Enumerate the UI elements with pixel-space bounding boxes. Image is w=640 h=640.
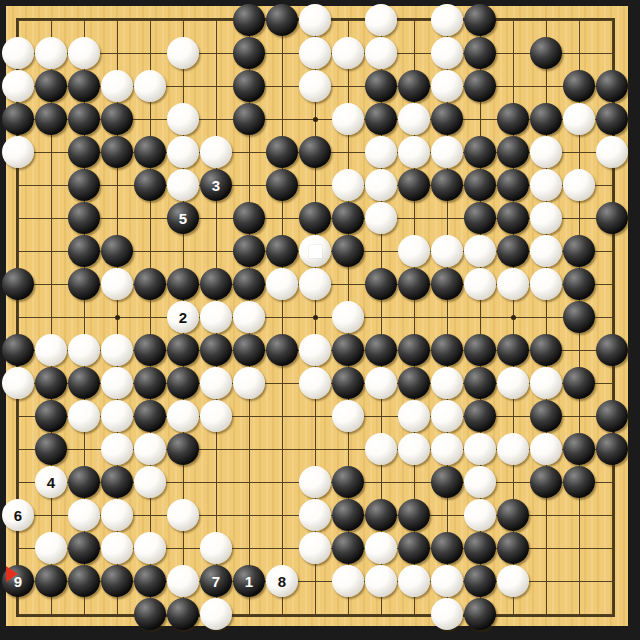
black-stone-c3r4[interactable] bbox=[68, 103, 100, 135]
white-stone-c10r12[interactable] bbox=[299, 367, 331, 399]
black-stone-c6r19[interactable] bbox=[167, 598, 199, 630]
white-stone-c7r13[interactable] bbox=[200, 400, 232, 432]
black-stone-c1r9[interactable] bbox=[2, 268, 34, 300]
white-stone-c13r8[interactable] bbox=[398, 235, 430, 267]
white-stone-c17r5[interactable] bbox=[530, 136, 562, 168]
white-stone-c5r17[interactable] bbox=[134, 532, 166, 564]
numbered-white-stone-c2r15[interactable]: 4 bbox=[35, 466, 67, 498]
black-stone-c6r11[interactable] bbox=[167, 334, 199, 366]
black-stone-c15r13[interactable] bbox=[464, 400, 496, 432]
white-stone-c15r9[interactable] bbox=[464, 268, 496, 300]
white-stone-c3r13[interactable] bbox=[68, 400, 100, 432]
white-stone-c14r12[interactable] bbox=[431, 367, 463, 399]
white-stone-c12r6[interactable] bbox=[365, 169, 397, 201]
white-stone-c10r1[interactable] bbox=[299, 4, 331, 36]
numbered-white-stone-c1r16[interactable]: 6 bbox=[2, 499, 34, 531]
numbered-black-stone-c6r7[interactable]: 5 bbox=[167, 202, 199, 234]
black-stone-c16r7[interactable] bbox=[497, 202, 529, 234]
black-stone-c19r11[interactable] bbox=[596, 334, 628, 366]
white-stone-c10r2[interactable] bbox=[299, 37, 331, 69]
white-stone-c4r11[interactable] bbox=[101, 334, 133, 366]
white-stone-c3r2[interactable] bbox=[68, 37, 100, 69]
white-stone-c13r14[interactable] bbox=[398, 433, 430, 465]
black-stone-c2r18[interactable] bbox=[35, 565, 67, 597]
black-stone-c19r14[interactable] bbox=[596, 433, 628, 465]
white-stone-c6r4[interactable] bbox=[167, 103, 199, 135]
white-stone-c4r3[interactable] bbox=[101, 70, 133, 102]
white-stone-c5r15[interactable] bbox=[134, 466, 166, 498]
white-stone-c14r14[interactable] bbox=[431, 433, 463, 465]
white-stone-c5r3[interactable] bbox=[134, 70, 166, 102]
black-stone-c12r9[interactable] bbox=[365, 268, 397, 300]
black-stone-c18r8[interactable] bbox=[563, 235, 595, 267]
black-stone-c13r12[interactable] bbox=[398, 367, 430, 399]
black-stone-c4r15[interactable] bbox=[101, 466, 133, 498]
square-marker bbox=[309, 245, 322, 258]
white-stone-c4r9[interactable] bbox=[101, 268, 133, 300]
black-stone-c3r18[interactable] bbox=[68, 565, 100, 597]
black-stone-c8r8[interactable] bbox=[233, 235, 265, 267]
black-stone-c8r9[interactable] bbox=[233, 268, 265, 300]
black-stone-c19r3[interactable] bbox=[596, 70, 628, 102]
numbered-white-stone-c6r10[interactable]: 2 bbox=[167, 301, 199, 333]
white-stone-c16r12[interactable] bbox=[497, 367, 529, 399]
white-stone-c4r16[interactable] bbox=[101, 499, 133, 531]
white-stone-c3r16[interactable] bbox=[68, 499, 100, 531]
white-stone-c12r7[interactable] bbox=[365, 202, 397, 234]
white-stone-c14r18[interactable] bbox=[431, 565, 463, 597]
black-stone-c14r6[interactable] bbox=[431, 169, 463, 201]
white-stone-c15r8[interactable] bbox=[464, 235, 496, 267]
black-stone-c16r6[interactable] bbox=[497, 169, 529, 201]
white-stone-c7r12[interactable] bbox=[200, 367, 232, 399]
black-stone-c17r15[interactable] bbox=[530, 466, 562, 498]
white-stone-c5r14[interactable] bbox=[134, 433, 166, 465]
black-stone-c4r4[interactable] bbox=[101, 103, 133, 135]
black-stone-c19r4[interactable] bbox=[596, 103, 628, 135]
star-point bbox=[313, 117, 318, 122]
black-stone-c3r17[interactable] bbox=[68, 532, 100, 564]
black-stone-c16r16[interactable] bbox=[497, 499, 529, 531]
black-stone-c3r9[interactable] bbox=[68, 268, 100, 300]
white-stone-c17r12[interactable] bbox=[530, 367, 562, 399]
star-point bbox=[511, 315, 516, 320]
white-stone-c13r4[interactable] bbox=[398, 103, 430, 135]
white-stone-c17r9[interactable] bbox=[530, 268, 562, 300]
black-stone-c18r14[interactable] bbox=[563, 433, 595, 465]
black-stone-c15r1[interactable] bbox=[464, 4, 496, 36]
black-stone-c12r4[interactable] bbox=[365, 103, 397, 135]
white-stone-c4r13[interactable] bbox=[101, 400, 133, 432]
white-stone-c4r14[interactable] bbox=[101, 433, 133, 465]
white-stone-c13r5[interactable] bbox=[398, 136, 430, 168]
black-stone-c9r1[interactable] bbox=[266, 4, 298, 36]
white-stone-c4r17[interactable] bbox=[101, 532, 133, 564]
black-stone-c11r11[interactable] bbox=[332, 334, 364, 366]
black-stone-c16r17[interactable] bbox=[497, 532, 529, 564]
white-stone-c2r11[interactable] bbox=[35, 334, 67, 366]
white-stone-c15r16[interactable] bbox=[464, 499, 496, 531]
star-point bbox=[115, 315, 120, 320]
black-stone-c16r4[interactable] bbox=[497, 103, 529, 135]
white-stone-c16r9[interactable] bbox=[497, 268, 529, 300]
black-stone-c8r1[interactable] bbox=[233, 4, 265, 36]
black-stone-c18r9[interactable] bbox=[563, 268, 595, 300]
black-stone-c2r14[interactable] bbox=[35, 433, 67, 465]
black-stone-c15r3[interactable] bbox=[464, 70, 496, 102]
white-stone-c1r5[interactable] bbox=[2, 136, 34, 168]
white-stone-c12r2[interactable] bbox=[365, 37, 397, 69]
black-stone-c2r3[interactable] bbox=[35, 70, 67, 102]
black-stone-c9r6[interactable] bbox=[266, 169, 298, 201]
black-stone-c5r13[interactable] bbox=[134, 400, 166, 432]
white-stone-c10r16[interactable] bbox=[299, 499, 331, 531]
black-stone-c3r12[interactable] bbox=[68, 367, 100, 399]
black-stone-c15r19[interactable] bbox=[464, 598, 496, 630]
black-stone-c18r15[interactable] bbox=[563, 466, 595, 498]
white-stone-c10r15[interactable] bbox=[299, 466, 331, 498]
white-stone-c2r17[interactable] bbox=[35, 532, 67, 564]
numbered-black-stone-c8r18[interactable]: 1 bbox=[233, 565, 265, 597]
white-stone-c17r7[interactable] bbox=[530, 202, 562, 234]
white-stone-c11r13[interactable] bbox=[332, 400, 364, 432]
white-stone-c6r13[interactable] bbox=[167, 400, 199, 432]
white-stone-c12r5[interactable] bbox=[365, 136, 397, 168]
white-stone-c1r2[interactable] bbox=[2, 37, 34, 69]
black-stone-c8r11[interactable] bbox=[233, 334, 265, 366]
black-stone-c10r7[interactable] bbox=[299, 202, 331, 234]
white-stone-c7r10[interactable] bbox=[200, 301, 232, 333]
white-stone-c1r12[interactable] bbox=[2, 367, 34, 399]
black-stone-c3r3[interactable] bbox=[68, 70, 100, 102]
black-stone-c15r12[interactable] bbox=[464, 367, 496, 399]
black-stone-c11r12[interactable] bbox=[332, 367, 364, 399]
white-stone-c4r12[interactable] bbox=[101, 367, 133, 399]
white-stone-c16r18[interactable] bbox=[497, 565, 529, 597]
black-stone-c4r5[interactable] bbox=[101, 136, 133, 168]
black-stone-c8r2[interactable] bbox=[233, 37, 265, 69]
black-stone-c18r12[interactable] bbox=[563, 367, 595, 399]
black-stone-c14r4[interactable] bbox=[431, 103, 463, 135]
white-stone-c6r6[interactable] bbox=[167, 169, 199, 201]
white-stone-c13r13[interactable] bbox=[398, 400, 430, 432]
black-stone-c15r5[interactable] bbox=[464, 136, 496, 168]
white-stone-c11r18[interactable] bbox=[332, 565, 364, 597]
white-stone-c14r8[interactable] bbox=[431, 235, 463, 267]
white-stone-c6r5[interactable] bbox=[167, 136, 199, 168]
white-stone-c14r13[interactable] bbox=[431, 400, 463, 432]
white-stone-c7r5[interactable] bbox=[200, 136, 232, 168]
black-stone-c14r17[interactable] bbox=[431, 532, 463, 564]
black-stone-c9r11[interactable] bbox=[266, 334, 298, 366]
black-stone-c19r13[interactable] bbox=[596, 400, 628, 432]
black-stone-c14r11[interactable] bbox=[431, 334, 463, 366]
black-stone-c19r7[interactable] bbox=[596, 202, 628, 234]
black-stone-c5r9[interactable] bbox=[134, 268, 166, 300]
black-stone-c13r3[interactable] bbox=[398, 70, 430, 102]
white-stone-c10r3[interactable] bbox=[299, 70, 331, 102]
white-stone-c14r2[interactable] bbox=[431, 37, 463, 69]
white-stone-c19r5[interactable] bbox=[596, 136, 628, 168]
white-stone-c12r17[interactable] bbox=[365, 532, 397, 564]
white-stone-c7r17[interactable] bbox=[200, 532, 232, 564]
white-stone-c15r14[interactable] bbox=[464, 433, 496, 465]
white-stone-c7r19[interactable] bbox=[200, 598, 232, 630]
white-stone-c8r10[interactable] bbox=[233, 301, 265, 333]
black-stone-c6r12[interactable] bbox=[167, 367, 199, 399]
white-stone-c14r3[interactable] bbox=[431, 70, 463, 102]
white-stone-c11r2[interactable] bbox=[332, 37, 364, 69]
black-stone-c3r8[interactable] bbox=[68, 235, 100, 267]
white-stone-c16r14[interactable] bbox=[497, 433, 529, 465]
black-stone-c5r6[interactable] bbox=[134, 169, 166, 201]
black-stone-c9r8[interactable] bbox=[266, 235, 298, 267]
black-stone-c7r9[interactable] bbox=[200, 268, 232, 300]
white-stone-c17r8[interactable] bbox=[530, 235, 562, 267]
black-stone-c6r9[interactable] bbox=[167, 268, 199, 300]
black-stone-c8r7[interactable] bbox=[233, 202, 265, 234]
black-stone-c18r3[interactable] bbox=[563, 70, 595, 102]
black-stone-c8r3[interactable] bbox=[233, 70, 265, 102]
black-stone-c5r18[interactable] bbox=[134, 565, 166, 597]
white-stone-c12r14[interactable] bbox=[365, 433, 397, 465]
black-stone-c6r14[interactable] bbox=[167, 433, 199, 465]
black-stone-c17r4[interactable] bbox=[530, 103, 562, 135]
white-stone-c12r1[interactable] bbox=[365, 4, 397, 36]
numbered-white-stone-c9r18[interactable]: 8 bbox=[266, 565, 298, 597]
black-stone-c17r13[interactable] bbox=[530, 400, 562, 432]
black-stone-c3r15[interactable] bbox=[68, 466, 100, 498]
black-stone-c14r9[interactable] bbox=[431, 268, 463, 300]
black-stone-c14r15[interactable] bbox=[431, 466, 463, 498]
black-stone-c2r13[interactable] bbox=[35, 400, 67, 432]
black-stone-c2r12[interactable] bbox=[35, 367, 67, 399]
black-stone-c13r17[interactable] bbox=[398, 532, 430, 564]
black-stone-c2r4[interactable] bbox=[35, 103, 67, 135]
black-stone-c11r17[interactable] bbox=[332, 532, 364, 564]
star-point bbox=[313, 315, 318, 320]
black-stone-c4r18[interactable] bbox=[101, 565, 133, 597]
black-stone-c18r10[interactable] bbox=[563, 301, 595, 333]
red-triangle-marker bbox=[6, 566, 18, 582]
black-stone-c16r8[interactable] bbox=[497, 235, 529, 267]
black-stone-c7r11[interactable] bbox=[200, 334, 232, 366]
black-stone-c11r15[interactable] bbox=[332, 466, 364, 498]
white-stone-c10r11[interactable] bbox=[299, 334, 331, 366]
white-stone-c8r12[interactable] bbox=[233, 367, 265, 399]
white-stone-c14r1[interactable] bbox=[431, 4, 463, 36]
black-stone-c3r7[interactable] bbox=[68, 202, 100, 234]
black-stone-c13r9[interactable] bbox=[398, 268, 430, 300]
black-stone-c15r11[interactable] bbox=[464, 334, 496, 366]
white-stone-c6r16[interactable] bbox=[167, 499, 199, 531]
black-stone-c12r3[interactable] bbox=[365, 70, 397, 102]
black-stone-c4r8[interactable] bbox=[101, 235, 133, 267]
black-stone-c5r5[interactable] bbox=[134, 136, 166, 168]
black-stone-c12r16[interactable] bbox=[365, 499, 397, 531]
black-stone-c12r11[interactable] bbox=[365, 334, 397, 366]
black-stone-c15r17[interactable] bbox=[464, 532, 496, 564]
black-stone-c15r6[interactable] bbox=[464, 169, 496, 201]
black-stone-c11r7[interactable] bbox=[332, 202, 364, 234]
white-stone-c14r5[interactable] bbox=[431, 136, 463, 168]
white-stone-c11r10[interactable] bbox=[332, 301, 364, 333]
black-stone-c5r11[interactable] bbox=[134, 334, 166, 366]
black-stone-c16r11[interactable] bbox=[497, 334, 529, 366]
white-stone-c11r6[interactable] bbox=[332, 169, 364, 201]
white-stone-c14r19[interactable] bbox=[431, 598, 463, 630]
black-stone-c13r6[interactable] bbox=[398, 169, 430, 201]
white-stone-c11r4[interactable] bbox=[332, 103, 364, 135]
black-stone-c15r18[interactable] bbox=[464, 565, 496, 597]
black-stone-c17r2[interactable] bbox=[530, 37, 562, 69]
black-stone-c11r8[interactable] bbox=[332, 235, 364, 267]
white-stone-c12r12[interactable] bbox=[365, 367, 397, 399]
white-stone-c1r3[interactable] bbox=[2, 70, 34, 102]
white-stone-c18r6[interactable] bbox=[563, 169, 595, 201]
black-stone-c13r16[interactable] bbox=[398, 499, 430, 531]
black-stone-c17r11[interactable] bbox=[530, 334, 562, 366]
black-stone-c3r5[interactable] bbox=[68, 136, 100, 168]
white-stone-c12r18[interactable] bbox=[365, 565, 397, 597]
white-stone-c15r15[interactable] bbox=[464, 466, 496, 498]
white-stone-c2r2[interactable] bbox=[35, 37, 67, 69]
white-stone-c17r14[interactable] bbox=[530, 433, 562, 465]
white-stone-c6r2[interactable] bbox=[167, 37, 199, 69]
white-stone-c10r9[interactable] bbox=[299, 268, 331, 300]
white-stone-c18r4[interactable] bbox=[563, 103, 595, 135]
black-stone-c15r2[interactable] bbox=[464, 37, 496, 69]
white-stone-c9r9[interactable] bbox=[266, 268, 298, 300]
black-stone-c1r4[interactable] bbox=[2, 103, 34, 135]
black-stone-c9r5[interactable] bbox=[266, 136, 298, 168]
white-stone-c6r18[interactable] bbox=[167, 565, 199, 597]
black-stone-c8r4[interactable] bbox=[233, 103, 265, 135]
numbered-black-stone-c7r18[interactable]: 7 bbox=[200, 565, 232, 597]
black-stone-c11r16[interactable] bbox=[332, 499, 364, 531]
black-stone-c5r12[interactable] bbox=[134, 367, 166, 399]
black-stone-c3r6[interactable] bbox=[68, 169, 100, 201]
numbered-black-stone-c7r6[interactable]: 3 bbox=[200, 169, 232, 201]
white-stone-c3r11[interactable] bbox=[68, 334, 100, 366]
black-stone-c10r5[interactable] bbox=[299, 136, 331, 168]
black-stone-c15r7[interactable] bbox=[464, 202, 496, 234]
black-stone-c16r5[interactable] bbox=[497, 136, 529, 168]
white-stone-c17r6[interactable] bbox=[530, 169, 562, 201]
black-stone-c1r11[interactable] bbox=[2, 334, 34, 366]
black-stone-c13r11[interactable] bbox=[398, 334, 430, 366]
go-app-window: 352469718 bbox=[0, 0, 640, 640]
white-stone-c10r17[interactable] bbox=[299, 532, 331, 564]
white-stone-c13r18[interactable] bbox=[398, 565, 430, 597]
black-stone-c5r19[interactable] bbox=[134, 598, 166, 630]
